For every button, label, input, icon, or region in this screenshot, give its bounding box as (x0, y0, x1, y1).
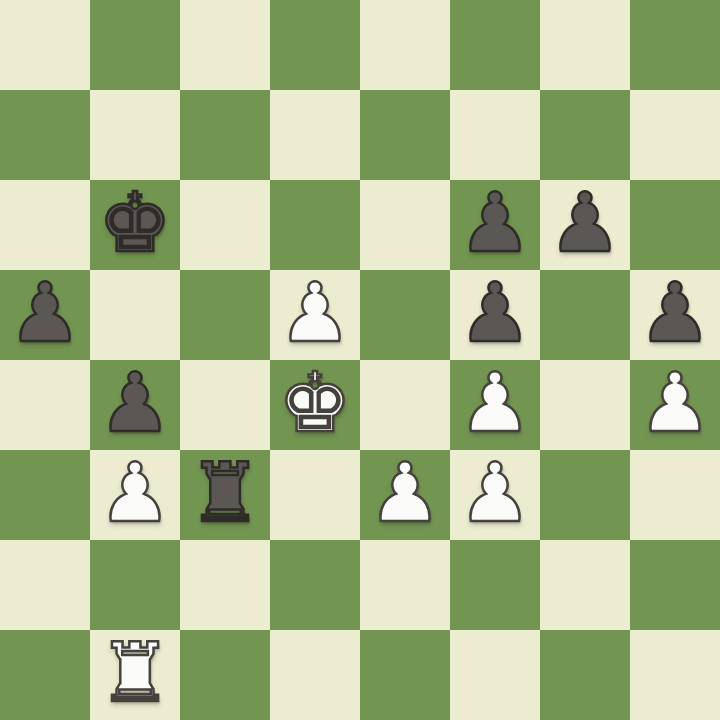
square-c5[interactable] (180, 270, 270, 360)
square-c6[interactable] (180, 180, 270, 270)
square-d2[interactable] (270, 540, 360, 630)
white-king[interactable]: ♚ (278, 358, 352, 448)
square-e1[interactable] (360, 630, 450, 720)
square-g3[interactable] (540, 450, 630, 540)
square-d8[interactable] (270, 0, 360, 90)
square-e8[interactable] (360, 0, 450, 90)
square-c4[interactable] (180, 360, 270, 450)
square-f8[interactable] (450, 0, 540, 90)
square-h6[interactable] (630, 180, 720, 270)
chess-board: ♚♟♟♟♟♟♟♟♚♟♟♟♜♟♟♜ (0, 0, 720, 720)
square-a8[interactable] (0, 0, 90, 90)
square-f5[interactable]: ♟ (450, 270, 540, 360)
square-a2[interactable] (0, 540, 90, 630)
square-e6[interactable] (360, 180, 450, 270)
square-g6[interactable]: ♟ (540, 180, 630, 270)
square-h4[interactable]: ♟ (630, 360, 720, 450)
square-d5[interactable]: ♟ (270, 270, 360, 360)
square-e2[interactable] (360, 540, 450, 630)
square-c7[interactable] (180, 90, 270, 180)
square-g8[interactable] (540, 0, 630, 90)
square-e5[interactable] (360, 270, 450, 360)
square-f7[interactable] (450, 90, 540, 180)
square-f4[interactable]: ♟ (450, 360, 540, 450)
white-pawn[interactable]: ♟ (458, 448, 532, 538)
square-h2[interactable] (630, 540, 720, 630)
black-pawn[interactable]: ♟ (98, 358, 172, 448)
white-pawn[interactable]: ♟ (98, 448, 172, 538)
white-rook[interactable]: ♜ (98, 628, 172, 718)
black-pawn[interactable]: ♟ (458, 268, 532, 358)
black-pawn[interactable]: ♟ (458, 178, 532, 268)
square-a5[interactable]: ♟ (0, 270, 90, 360)
black-rook[interactable]: ♜ (188, 448, 262, 538)
square-h5[interactable]: ♟ (630, 270, 720, 360)
square-g2[interactable] (540, 540, 630, 630)
white-pawn[interactable]: ♟ (368, 448, 442, 538)
square-h1[interactable] (630, 630, 720, 720)
square-c8[interactable] (180, 0, 270, 90)
square-b7[interactable] (90, 90, 180, 180)
black-king[interactable]: ♚ (98, 178, 172, 268)
square-b2[interactable] (90, 540, 180, 630)
square-e7[interactable] (360, 90, 450, 180)
square-c1[interactable] (180, 630, 270, 720)
black-pawn[interactable]: ♟ (638, 268, 712, 358)
square-d6[interactable] (270, 180, 360, 270)
square-a4[interactable] (0, 360, 90, 450)
square-h8[interactable] (630, 0, 720, 90)
square-d1[interactable] (270, 630, 360, 720)
square-c3[interactable]: ♜ (180, 450, 270, 540)
square-f6[interactable]: ♟ (450, 180, 540, 270)
square-e3[interactable]: ♟ (360, 450, 450, 540)
square-g7[interactable] (540, 90, 630, 180)
white-pawn[interactable]: ♟ (458, 358, 532, 448)
square-b1[interactable]: ♜ (90, 630, 180, 720)
square-a6[interactable] (0, 180, 90, 270)
square-b3[interactable]: ♟ (90, 450, 180, 540)
square-f1[interactable] (450, 630, 540, 720)
square-g4[interactable] (540, 360, 630, 450)
square-c2[interactable] (180, 540, 270, 630)
square-a7[interactable] (0, 90, 90, 180)
square-d3[interactable] (270, 450, 360, 540)
square-a3[interactable] (0, 450, 90, 540)
square-b8[interactable] (90, 0, 180, 90)
black-pawn[interactable]: ♟ (548, 178, 622, 268)
square-d4[interactable]: ♚ (270, 360, 360, 450)
square-g5[interactable] (540, 270, 630, 360)
square-h3[interactable] (630, 450, 720, 540)
white-pawn[interactable]: ♟ (278, 268, 352, 358)
square-b6[interactable]: ♚ (90, 180, 180, 270)
square-b5[interactable] (90, 270, 180, 360)
square-g1[interactable] (540, 630, 630, 720)
white-pawn[interactable]: ♟ (638, 358, 712, 448)
square-d7[interactable] (270, 90, 360, 180)
square-b4[interactable]: ♟ (90, 360, 180, 450)
black-pawn[interactable]: ♟ (8, 268, 82, 358)
square-a1[interactable] (0, 630, 90, 720)
square-e4[interactable] (360, 360, 450, 450)
square-f3[interactable]: ♟ (450, 450, 540, 540)
square-h7[interactable] (630, 90, 720, 180)
square-f2[interactable] (450, 540, 540, 630)
